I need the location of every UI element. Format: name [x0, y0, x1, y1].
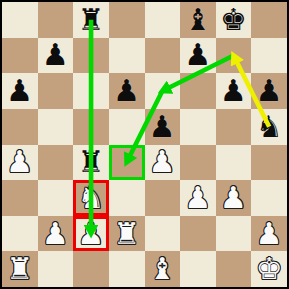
- piece-black-pawn[interactable]: ♟: [42, 40, 69, 70]
- square-f3[interactable]: ♟: [180, 180, 216, 216]
- square-h3[interactable]: [251, 180, 287, 216]
- square-d2[interactable]: ♜: [109, 216, 145, 252]
- square-g5[interactable]: [216, 109, 252, 145]
- square-a2[interactable]: [2, 216, 38, 252]
- square-g4[interactable]: [216, 145, 252, 181]
- square-b5[interactable]: [38, 109, 74, 145]
- piece-black-pawn[interactable]: ♟: [220, 76, 247, 106]
- square-c3[interactable]: ♞: [73, 180, 109, 216]
- square-a7[interactable]: [2, 38, 38, 74]
- square-c1[interactable]: [73, 251, 109, 287]
- square-g2[interactable]: [216, 216, 252, 252]
- piece-white-rook[interactable]: ♜: [6, 254, 33, 284]
- square-h1[interactable]: ♚: [251, 251, 287, 287]
- piece-white-knight[interactable]: ♞: [78, 183, 105, 213]
- square-e3[interactable]: [145, 180, 181, 216]
- piece-black-pawn[interactable]: ♟: [149, 112, 176, 142]
- square-e6[interactable]: [145, 73, 181, 109]
- square-h6[interactable]: ♟: [251, 73, 287, 109]
- piece-black-rook[interactable]: ♜: [78, 5, 105, 35]
- square-f8[interactable]: ♝: [180, 2, 216, 38]
- square-g6[interactable]: ♟: [216, 73, 252, 109]
- square-d8[interactable]: [109, 2, 145, 38]
- piece-black-pawn[interactable]: ♟: [113, 76, 140, 106]
- square-g3[interactable]: ♟: [216, 180, 252, 216]
- square-b1[interactable]: [38, 251, 74, 287]
- square-b2[interactable]: ♟: [38, 216, 74, 252]
- piece-black-bishop[interactable]: ♝: [184, 5, 211, 35]
- piece-black-pawn[interactable]: ♟: [6, 76, 33, 106]
- square-h2[interactable]: ♟: [251, 216, 287, 252]
- square-b8[interactable]: [38, 2, 74, 38]
- square-a6[interactable]: ♟: [2, 73, 38, 109]
- piece-white-pawn[interactable]: ♟: [220, 183, 247, 213]
- square-e5[interactable]: ♟: [145, 109, 181, 145]
- square-e7[interactable]: [145, 38, 181, 74]
- square-f6[interactable]: [180, 73, 216, 109]
- board-grid: ♜♝♚♟♟♟♟♟♟♟♞♟♜♟♞♟♟♟♟♜♟♜♝♚: [2, 2, 287, 287]
- square-c5[interactable]: [73, 109, 109, 145]
- square-f5[interactable]: [180, 109, 216, 145]
- chess-board: ♜♝♚♟♟♟♟♟♟♟♞♟♜♟♞♟♟♟♟♜♟♜♝♚: [0, 0, 289, 289]
- square-e4[interactable]: ♟: [145, 145, 181, 181]
- piece-white-pawn[interactable]: ♟: [184, 183, 211, 213]
- square-a4[interactable]: ♟: [2, 145, 38, 181]
- square-d4[interactable]: [109, 145, 145, 181]
- piece-black-pawn[interactable]: ♟: [256, 76, 283, 106]
- square-f4[interactable]: [180, 145, 216, 181]
- square-c6[interactable]: [73, 73, 109, 109]
- square-f1[interactable]: [180, 251, 216, 287]
- piece-white-king[interactable]: ♚: [256, 254, 283, 284]
- square-g7[interactable]: [216, 38, 252, 74]
- piece-white-pawn[interactable]: ♟: [256, 219, 283, 249]
- square-d7[interactable]: [109, 38, 145, 74]
- square-e1[interactable]: ♝: [145, 251, 181, 287]
- piece-white-pawn[interactable]: ♟: [42, 219, 69, 249]
- square-a8[interactable]: [2, 2, 38, 38]
- square-d3[interactable]: [109, 180, 145, 216]
- square-b3[interactable]: [38, 180, 74, 216]
- square-h4[interactable]: [251, 145, 287, 181]
- square-a5[interactable]: [2, 109, 38, 145]
- square-c8[interactable]: ♜: [73, 2, 109, 38]
- square-f7[interactable]: ♟: [180, 38, 216, 74]
- square-d5[interactable]: [109, 109, 145, 145]
- square-g1[interactable]: [216, 251, 252, 287]
- square-h8[interactable]: [251, 2, 287, 38]
- square-c2[interactable]: ♟: [73, 216, 109, 252]
- square-b7[interactable]: ♟: [38, 38, 74, 74]
- square-h5[interactable]: ♞: [251, 109, 287, 145]
- square-f2[interactable]: [180, 216, 216, 252]
- square-b4[interactable]: [38, 145, 74, 181]
- square-d1[interactable]: [109, 251, 145, 287]
- square-b6[interactable]: [38, 73, 74, 109]
- square-a1[interactable]: ♜: [2, 251, 38, 287]
- square-c4[interactable]: ♜: [73, 145, 109, 181]
- piece-white-rook[interactable]: ♜: [113, 219, 140, 249]
- piece-black-rook[interactable]: ♜: [78, 147, 105, 177]
- square-e2[interactable]: [145, 216, 181, 252]
- square-g8[interactable]: ♚: [216, 2, 252, 38]
- piece-black-king[interactable]: ♚: [220, 5, 247, 35]
- square-h7[interactable]: [251, 38, 287, 74]
- piece-white-pawn[interactable]: ♟: [78, 219, 105, 249]
- square-d6[interactable]: ♟: [109, 73, 145, 109]
- piece-black-pawn[interactable]: ♟: [184, 40, 211, 70]
- piece-white-bishop[interactable]: ♝: [149, 254, 176, 284]
- square-a3[interactable]: [2, 180, 38, 216]
- piece-white-pawn[interactable]: ♟: [6, 147, 33, 177]
- piece-black-knight[interactable]: ♞: [256, 112, 283, 142]
- square-c7[interactable]: [73, 38, 109, 74]
- piece-white-pawn[interactable]: ♟: [149, 147, 176, 177]
- square-e8[interactable]: [145, 2, 181, 38]
